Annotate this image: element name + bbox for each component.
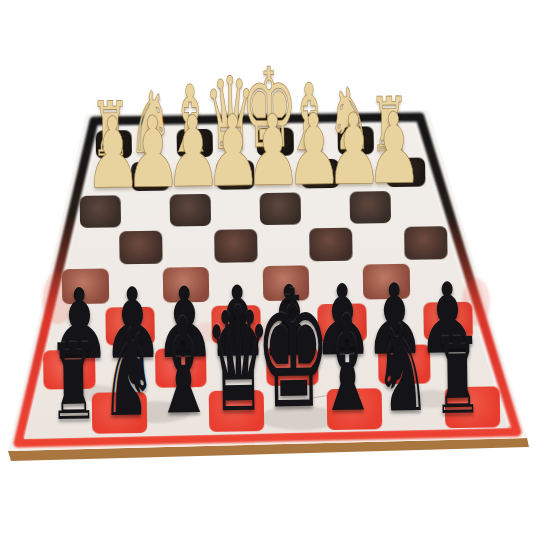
board-base bbox=[0, 0, 533, 533]
red-overspray bbox=[180, 320, 320, 344]
red-overspray bbox=[462, 278, 490, 326]
gray-smudge bbox=[406, 390, 458, 408]
gray-smudge bbox=[258, 406, 342, 430]
red-overspray bbox=[42, 272, 74, 324]
gray-smudge bbox=[119, 401, 191, 423]
gray-smudge bbox=[73, 385, 117, 401]
chess-photo-scene: ♜♞♝♛♚♝♞♜♟♟♟♟♟♟♟♟♟♟♟♟♟♟♟♟♜♞♝♛♚♝♞♜ bbox=[0, 0, 533, 533]
